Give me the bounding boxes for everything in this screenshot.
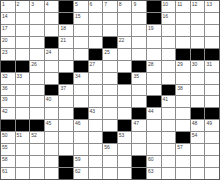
white-cell-r11c13[interactable]	[176, 120, 190, 131]
white-cell-r14c2[interactable]	[16, 156, 30, 167]
black-cell-r7c9	[118, 73, 132, 84]
white-cell-r6c12[interactable]	[162, 61, 176, 72]
white-cell-r6c8[interactable]	[103, 61, 117, 72]
white-cell-r13c9[interactable]	[118, 144, 132, 155]
clue-number-48: 48	[192, 120, 198, 126]
clue-number-54: 54	[192, 132, 198, 138]
black-cell-r5c14	[191, 49, 205, 60]
white-cell-r10c13[interactable]	[176, 108, 190, 119]
white-cell-r2c9[interactable]	[118, 13, 132, 24]
black-cell-r5c13	[176, 49, 190, 60]
white-cell-r13c6[interactable]	[74, 144, 88, 155]
white-cell-r7c11[interactable]	[147, 73, 161, 84]
white-cell-r10c4[interactable]	[45, 108, 59, 119]
white-cell-r7c7[interactable]	[89, 73, 103, 84]
white-cell-r9c5[interactable]	[59, 96, 73, 107]
black-cell-r15c5	[59, 168, 73, 179]
white-cell-r4c15[interactable]	[205, 37, 219, 48]
clue-number-9: 9	[133, 1, 136, 7]
white-cell-r15c4[interactable]	[45, 168, 59, 179]
clue-number-59: 59	[75, 156, 81, 162]
clue-number-3: 3	[31, 1, 34, 7]
white-cell-r11c5[interactable]	[59, 120, 73, 131]
white-cell-r7c2[interactable]: 33	[16, 73, 30, 84]
white-cell-r14c6[interactable]: 59	[74, 156, 88, 167]
white-cell-r5c1[interactable]: 23	[1, 49, 15, 60]
white-cell-r13c14[interactable]	[191, 144, 205, 155]
white-cell-r3c10[interactable]	[132, 25, 146, 36]
clue-number-7: 7	[104, 1, 107, 7]
white-cell-r6c9[interactable]	[118, 61, 132, 72]
clue-number-26: 26	[31, 61, 37, 67]
white-cell-r10c5[interactable]	[59, 108, 73, 119]
white-cell-r8c14[interactable]	[191, 85, 205, 96]
crossword-board: 1234567891011121314151617181920212223242…	[0, 0, 220, 180]
white-cell-r5c10[interactable]	[132, 49, 146, 60]
white-cell-r2c15[interactable]	[205, 13, 219, 24]
clue-number-32: 32	[2, 73, 8, 79]
white-cell-r1c9[interactable]: 8	[118, 1, 132, 12]
white-cell-r1c3[interactable]: 3	[30, 1, 44, 12]
white-cell-r6c4[interactable]	[45, 61, 59, 72]
black-cell-r1c5	[59, 1, 73, 12]
white-cell-r12c2[interactable]: 51	[16, 132, 30, 143]
black-cell-r12c13	[176, 132, 190, 143]
white-cell-r7c13[interactable]	[176, 73, 190, 84]
clue-number-57: 57	[177, 144, 183, 150]
white-cell-r1c7[interactable]: 6	[89, 1, 103, 12]
white-cell-r11c10[interactable]: 47	[132, 120, 146, 131]
clue-number-5: 5	[75, 1, 78, 7]
white-cell-r3c13[interactable]	[176, 25, 190, 36]
white-cell-r12c14[interactable]: 54	[191, 132, 205, 143]
clue-number-58: 58	[2, 156, 8, 162]
white-cell-r1c6[interactable]: 5	[74, 1, 88, 12]
white-cell-r5c3[interactable]	[30, 49, 44, 60]
white-cell-r4c1[interactable]: 20	[1, 37, 15, 48]
white-cell-r3c12[interactable]	[162, 25, 176, 36]
white-cell-r6c3[interactable]: 26	[30, 61, 44, 72]
clue-number-34: 34	[75, 73, 81, 79]
clue-number-46: 46	[75, 120, 81, 126]
clue-number-55: 55	[2, 144, 8, 150]
clue-number-17: 17	[2, 25, 8, 31]
white-cell-r1c2[interactable]: 2	[16, 1, 30, 12]
clue-number-45: 45	[46, 120, 52, 126]
black-cell-r11c2	[16, 120, 30, 131]
white-cell-r3c11[interactable]: 19	[147, 25, 161, 36]
black-cell-r10c6	[74, 108, 88, 119]
white-cell-r8c11[interactable]	[147, 85, 161, 96]
white-cell-r14c15[interactable]	[205, 156, 219, 167]
white-cell-r8c10[interactable]	[132, 85, 146, 96]
black-cell-r6c10	[132, 61, 146, 72]
white-cell-r8c13[interactable]: 38	[176, 85, 190, 96]
white-cell-r7c4[interactable]	[45, 73, 59, 84]
white-cell-r4c10[interactable]	[132, 37, 146, 48]
white-cell-r13c1[interactable]: 55	[1, 144, 15, 155]
white-cell-r2c10[interactable]	[132, 13, 146, 24]
white-cell-r4c14[interactable]	[191, 37, 205, 48]
clue-number-20: 20	[2, 37, 8, 43]
clue-number-12: 12	[192, 1, 198, 7]
black-cell-r8c12	[162, 85, 176, 96]
clue-number-41: 41	[163, 96, 169, 102]
white-cell-r7c10[interactable]: 35	[132, 73, 146, 84]
white-cell-r2c12[interactable]: 16	[162, 13, 176, 24]
white-cell-r11c6[interactable]: 46	[74, 120, 88, 131]
white-cell-r14c12[interactable]	[162, 156, 176, 167]
black-cell-r10c15	[205, 108, 219, 119]
clue-number-60: 60	[148, 156, 154, 162]
white-cell-r2c6[interactable]: 15	[74, 13, 88, 24]
white-cell-r14c4[interactable]	[45, 156, 59, 167]
white-cell-r3c9[interactable]	[118, 25, 132, 36]
white-cell-r9c8[interactable]	[103, 96, 117, 107]
white-cell-r3c2[interactable]	[16, 25, 30, 36]
white-cell-r12c4[interactable]	[45, 132, 59, 143]
white-cell-r4c12[interactable]	[162, 37, 176, 48]
white-cell-r3c5[interactable]: 18	[59, 25, 73, 36]
white-cell-r13c3[interactable]	[30, 144, 44, 155]
clue-number-53: 53	[119, 132, 125, 138]
white-cell-r2c14[interactable]	[191, 13, 205, 24]
clue-number-63: 63	[148, 168, 154, 174]
white-cell-r8c2[interactable]	[16, 85, 30, 96]
clue-number-15: 15	[75, 13, 81, 19]
white-cell-r9c6[interactable]	[74, 96, 88, 107]
white-cell-r2c2[interactable]	[16, 13, 30, 24]
clue-number-4: 4	[46, 1, 49, 7]
white-cell-r1c1[interactable]: 1	[1, 1, 15, 12]
white-cell-r9c4[interactable]: 40	[45, 96, 59, 107]
white-cell-r1c15[interactable]: 13	[205, 1, 219, 12]
white-cell-r3c14[interactable]	[191, 25, 205, 36]
white-cell-r3c7[interactable]	[89, 25, 103, 36]
clue-number-40: 40	[46, 96, 52, 102]
black-cell-r2c11	[147, 13, 161, 24]
white-cell-r12c15[interactable]	[205, 132, 219, 143]
clue-number-2: 2	[17, 1, 20, 7]
white-cell-r12c12[interactable]	[162, 132, 176, 143]
white-cell-r9c13[interactable]	[176, 96, 190, 107]
white-cell-r3c6[interactable]	[74, 25, 88, 36]
clue-number-28: 28	[148, 61, 154, 67]
white-cell-r9c7[interactable]	[89, 96, 103, 107]
white-cell-r3c1[interactable]: 17	[1, 25, 15, 36]
white-cell-r13c8[interactable]: 56	[103, 144, 117, 155]
white-cell-r15c12[interactable]	[162, 168, 176, 179]
clue-number-24: 24	[46, 49, 52, 55]
clue-number-29: 29	[177, 61, 183, 67]
white-cell-r9c10[interactable]	[132, 96, 146, 107]
white-cell-r3c15[interactable]	[205, 25, 219, 36]
white-cell-r12c11[interactable]	[147, 132, 161, 143]
white-cell-r10c2[interactable]	[16, 108, 30, 119]
clue-number-51: 51	[17, 132, 23, 138]
black-cell-r4c8	[103, 37, 117, 48]
clue-number-61: 61	[2, 168, 8, 174]
white-cell-r6c15[interactable]: 31	[205, 61, 219, 72]
white-cell-r15c3[interactable]	[30, 168, 44, 179]
white-cell-r12c10[interactable]	[132, 132, 146, 143]
white-cell-r12c3[interactable]: 52	[30, 132, 44, 143]
clue-number-11: 11	[177, 1, 182, 7]
black-cell-r14c5	[59, 156, 73, 167]
clue-number-49: 49	[206, 120, 212, 126]
white-cell-r13c11[interactable]	[147, 144, 161, 155]
white-cell-r15c1[interactable]: 61	[1, 168, 15, 179]
clue-number-36: 36	[2, 85, 8, 91]
white-cell-r12c9[interactable]: 53	[118, 132, 132, 143]
white-cell-r7c8[interactable]	[103, 73, 117, 84]
white-cell-r11c11[interactable]	[147, 120, 161, 131]
clue-number-50: 50	[2, 132, 8, 138]
white-cell-r10c11[interactable]: 44	[147, 108, 161, 119]
clue-number-19: 19	[148, 25, 154, 31]
clue-number-16: 16	[163, 13, 169, 19]
white-cell-r7c14[interactable]	[191, 73, 205, 84]
white-cell-r15c7[interactable]	[89, 168, 103, 179]
clue-number-33: 33	[17, 73, 23, 79]
white-cell-r6c13[interactable]: 29	[176, 61, 190, 72]
white-cell-r8c8[interactable]	[103, 85, 117, 96]
white-cell-r15c11[interactable]: 63	[147, 168, 161, 179]
black-cell-r1c11	[147, 1, 161, 12]
white-cell-r14c7[interactable]	[89, 156, 103, 167]
white-cell-r12c5[interactable]	[59, 132, 73, 143]
white-cell-r5c2[interactable]	[16, 49, 30, 60]
white-cell-r13c5[interactable]	[59, 144, 73, 155]
white-cell-r12c1[interactable]: 50	[1, 132, 15, 143]
white-cell-r8c1[interactable]: 36	[1, 85, 15, 96]
black-cell-r15c10	[132, 168, 146, 179]
white-cell-r8c7[interactable]	[89, 85, 103, 96]
white-cell-r3c8[interactable]	[103, 25, 117, 36]
black-cell-r6c2	[16, 61, 30, 72]
white-cell-r15c8[interactable]	[103, 168, 117, 179]
white-cell-r6c5[interactable]	[59, 61, 73, 72]
clue-number-10: 10	[163, 1, 169, 7]
clue-number-8: 8	[119, 1, 122, 7]
white-cell-r15c2[interactable]	[16, 168, 30, 179]
white-cell-r4c7[interactable]	[89, 37, 103, 48]
white-cell-r13c15[interactable]	[205, 144, 219, 155]
white-cell-r1c8[interactable]: 7	[103, 1, 117, 12]
clue-number-31: 31	[206, 61, 212, 67]
black-cell-r2c5	[59, 13, 73, 24]
white-cell-r4c5[interactable]: 21	[59, 37, 73, 48]
clue-number-13: 13	[206, 1, 212, 7]
clue-number-38: 38	[177, 85, 183, 91]
white-cell-r14c14[interactable]	[191, 156, 205, 167]
white-cell-r4c9[interactable]: 22	[118, 37, 132, 48]
white-cell-r13c2[interactable]	[16, 144, 30, 155]
black-cell-r11c1	[1, 120, 15, 131]
white-cell-r1c13[interactable]: 11	[176, 1, 190, 12]
white-cell-r15c6[interactable]: 62	[74, 168, 88, 179]
white-cell-r10c9[interactable]	[118, 108, 132, 119]
black-cell-r7c5	[59, 73, 73, 84]
white-cell-r5c5[interactable]	[59, 49, 73, 60]
white-cell-r5c11[interactable]	[147, 49, 161, 60]
white-cell-r14c1[interactable]: 58	[1, 156, 15, 167]
white-cell-r2c8[interactable]	[103, 13, 117, 24]
black-cell-r6c1	[1, 61, 15, 72]
white-cell-r13c10[interactable]	[132, 144, 146, 155]
black-cell-r10c10	[132, 108, 146, 119]
black-cell-r14c10	[132, 156, 146, 167]
black-cell-r4c4	[45, 37, 59, 48]
white-cell-r5c6[interactable]	[74, 49, 88, 60]
white-cell-r12c6[interactable]	[74, 132, 88, 143]
white-cell-r10c3[interactable]	[30, 108, 44, 119]
white-cell-r6c14[interactable]: 30	[191, 61, 205, 72]
white-cell-r11c4[interactable]: 45	[45, 120, 59, 131]
white-cell-r8c5[interactable]: 37	[59, 85, 73, 96]
white-cell-r7c12[interactable]	[162, 73, 176, 84]
white-cell-r4c13[interactable]	[176, 37, 190, 48]
white-cell-r11c7[interactable]	[89, 120, 103, 131]
white-cell-r10c12[interactable]	[162, 108, 176, 119]
white-cell-r9c15[interactable]	[205, 96, 219, 107]
white-cell-r11c8[interactable]	[103, 120, 117, 131]
white-cell-r14c13[interactable]	[176, 156, 190, 167]
clue-number-62: 62	[75, 168, 81, 174]
clue-number-25: 25	[104, 49, 110, 55]
white-cell-r9c14[interactable]	[191, 96, 205, 107]
white-cell-r1c10[interactable]: 9	[132, 1, 146, 12]
white-cell-r13c12[interactable]	[162, 144, 176, 155]
black-cell-r12c8	[103, 132, 117, 143]
clue-number-22: 22	[119, 37, 125, 43]
white-cell-r5c4[interactable]: 24	[45, 49, 59, 60]
black-cell-r11c9	[118, 120, 132, 131]
white-cell-r4c2[interactable]	[16, 37, 30, 48]
white-cell-r1c14[interactable]: 12	[191, 1, 205, 12]
white-cell-r8c3[interactable]	[30, 85, 44, 96]
clue-number-56: 56	[104, 144, 110, 150]
white-cell-r1c12[interactable]: 10	[162, 1, 176, 12]
white-cell-r11c15[interactable]: 49	[205, 120, 219, 131]
white-cell-r8c9[interactable]	[118, 85, 132, 96]
black-cell-r11c3	[30, 120, 44, 131]
white-cell-r9c3[interactable]	[30, 96, 44, 107]
clue-number-35: 35	[133, 73, 139, 79]
clue-number-6: 6	[90, 1, 93, 7]
white-cell-r7c6[interactable]: 34	[74, 73, 88, 84]
white-cell-r15c13[interactable]	[176, 168, 190, 179]
white-cell-r14c9[interactable]	[118, 156, 132, 167]
clue-number-21: 21	[60, 37, 66, 43]
white-cell-r13c7[interactable]	[89, 144, 103, 155]
clue-number-1: 1	[2, 1, 5, 7]
white-cell-r9c12[interactable]: 41	[162, 96, 176, 107]
white-cell-r6c7[interactable]: 27	[89, 61, 103, 72]
white-cell-r2c7[interactable]	[89, 13, 103, 24]
white-cell-r7c1[interactable]: 32	[1, 73, 15, 84]
black-cell-r5c15	[205, 49, 219, 60]
white-cell-r2c4[interactable]	[45, 13, 59, 24]
white-cell-r7c3[interactable]	[30, 73, 44, 84]
white-cell-r5c8[interactable]: 25	[103, 49, 117, 60]
white-cell-r5c9[interactable]	[118, 49, 132, 60]
clue-number-47: 47	[133, 120, 139, 126]
white-cell-r13c13[interactable]: 57	[176, 144, 190, 155]
white-cell-r8c15[interactable]	[205, 85, 219, 96]
clue-number-18: 18	[60, 25, 66, 31]
white-cell-r9c9[interactable]	[118, 96, 132, 107]
white-cell-r3c3[interactable]	[30, 25, 44, 36]
white-cell-r13c4[interactable]	[45, 144, 59, 155]
white-cell-r10c1[interactable]: 42	[1, 108, 15, 119]
clue-number-23: 23	[2, 49, 8, 55]
white-cell-r9c2[interactable]	[16, 96, 30, 107]
clue-number-42: 42	[2, 108, 8, 114]
white-cell-r8c6[interactable]	[74, 85, 88, 96]
white-cell-r9c1[interactable]: 39	[1, 96, 15, 107]
white-cell-r15c9[interactable]	[118, 168, 132, 179]
clue-number-30: 30	[192, 61, 198, 67]
black-cell-r9c11	[147, 96, 161, 107]
white-cell-r2c13[interactable]	[176, 13, 190, 24]
white-cell-r10c8[interactable]	[103, 108, 117, 119]
white-cell-r14c3[interactable]	[30, 156, 44, 167]
white-cell-r11c12[interactable]	[162, 120, 176, 131]
clue-number-14: 14	[2, 13, 8, 19]
white-cell-r10c7[interactable]: 43	[89, 108, 103, 119]
clue-number-37: 37	[60, 85, 66, 91]
black-cell-r10c14	[191, 108, 205, 119]
white-cell-r4c11[interactable]	[147, 37, 161, 48]
white-cell-r11c14[interactable]: 48	[191, 120, 205, 131]
clue-number-27: 27	[90, 61, 96, 67]
white-cell-r14c8[interactable]	[103, 156, 117, 167]
white-cell-r3c4[interactable]	[45, 25, 59, 36]
clue-number-39: 39	[2, 96, 8, 102]
clue-number-44: 44	[148, 108, 154, 114]
white-cell-r1c4[interactable]: 4	[45, 1, 59, 12]
white-cell-r4c6[interactable]	[74, 37, 88, 48]
white-cell-r7c15[interactable]	[205, 73, 219, 84]
black-cell-r8c4	[45, 85, 59, 96]
clue-number-52: 52	[31, 132, 37, 138]
white-cell-r2c3[interactable]	[30, 13, 44, 24]
black-cell-r6c6	[74, 61, 88, 72]
white-cell-r15c15[interactable]	[205, 168, 219, 179]
clue-number-43: 43	[90, 108, 96, 114]
black-cell-r5c7	[89, 49, 103, 60]
white-cell-r14c11[interactable]: 60	[147, 156, 161, 167]
white-cell-r2c1[interactable]: 14	[1, 13, 15, 24]
white-cell-r5c12[interactable]	[162, 49, 176, 60]
white-cell-r6c11[interactable]: 28	[147, 61, 161, 72]
white-cell-r12c7[interactable]	[89, 132, 103, 143]
white-cell-r4c3[interactable]	[30, 37, 44, 48]
white-cell-r15c14[interactable]	[191, 168, 205, 179]
